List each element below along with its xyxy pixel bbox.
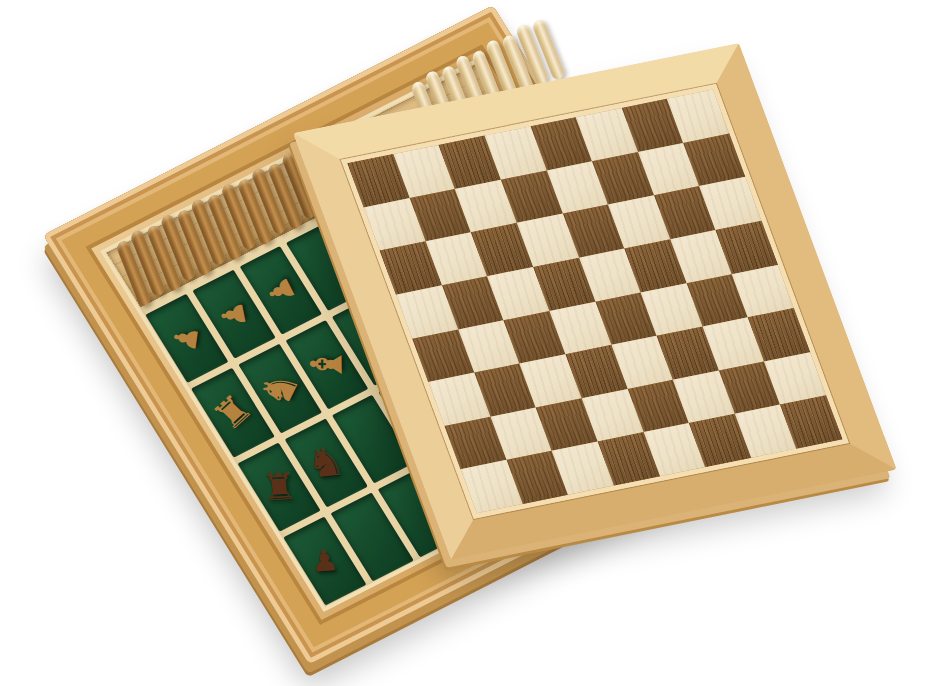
stored-piece-light-bishop: ♝ — [305, 346, 349, 384]
stored-piece-light-pawn: ♟ — [261, 273, 301, 308]
chessboard — [341, 84, 849, 519]
stored-piece-dark-knight: ♞ — [304, 441, 348, 484]
stored-piece-dark-rook: ♜ — [259, 468, 298, 506]
stored-piece-light-knight: ♞ — [253, 364, 307, 413]
scene: ♟♟♟♜♞♝♜♞♟ — [0, 0, 928, 686]
stored-piece-light-pawn: ♟ — [170, 323, 204, 354]
stored-piece-dark-pawn: ♟ — [309, 546, 340, 577]
stored-piece-light-pawn: ♟ — [216, 300, 252, 330]
